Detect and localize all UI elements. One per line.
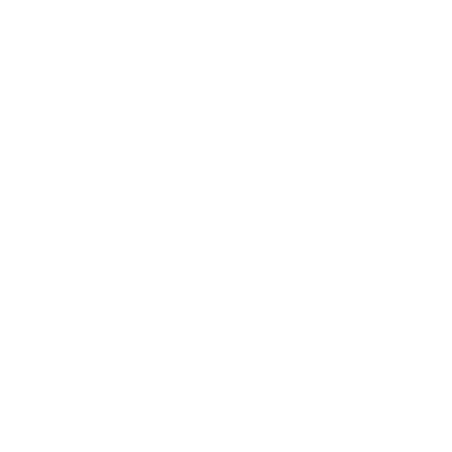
background-top xyxy=(0,0,452,47)
top-fade xyxy=(0,46,452,64)
chessboard xyxy=(0,0,452,452)
product-photo xyxy=(0,0,452,452)
distance-haze xyxy=(0,62,452,185)
